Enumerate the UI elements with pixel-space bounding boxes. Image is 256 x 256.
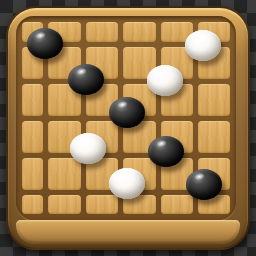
board-cell: [198, 84, 230, 116]
board-cell: [22, 47, 43, 79]
board-cell: [22, 158, 43, 190]
board-cell: [48, 84, 81, 116]
board-cell: [123, 47, 156, 79]
board-cell: [86, 158, 118, 190]
board-cell: [22, 195, 43, 214]
board-cell: [86, 121, 118, 153]
board-cell: [198, 22, 230, 42]
board-cell: [22, 22, 43, 42]
gomoku-board-grid: [16, 16, 236, 220]
board-cell: [161, 47, 193, 79]
board-cell: [22, 84, 43, 116]
board-cell: [161, 84, 193, 116]
board-cell: [48, 22, 81, 42]
board-cell: [48, 195, 81, 214]
board-cell: [123, 84, 156, 116]
board-cell: [161, 195, 193, 214]
board-cell: [86, 84, 118, 116]
board-cell: [22, 121, 43, 153]
board-front-edge: [16, 220, 240, 244]
gomoku-app-icon[interactable]: [6, 6, 250, 250]
board-cell: [198, 121, 230, 153]
board-cell: [48, 158, 81, 190]
board-cell: [86, 195, 118, 214]
board-cell: [86, 22, 118, 42]
board-cell: [48, 121, 81, 153]
board-cell: [123, 158, 156, 190]
board-cell: [48, 47, 81, 79]
board-cell: [161, 22, 193, 42]
transparency-checker-background: [0, 0, 256, 256]
board-cell: [198, 47, 230, 79]
board-cell: [161, 158, 193, 190]
board-cell: [161, 121, 193, 153]
board-cell: [123, 195, 156, 214]
board-cell: [123, 121, 156, 153]
board-cell: [123, 22, 156, 42]
board-cell: [86, 47, 118, 79]
board-cell: [198, 158, 230, 190]
board-cell: [198, 195, 230, 214]
